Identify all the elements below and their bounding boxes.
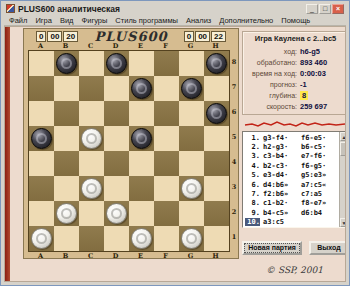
rank-label-6: 6 [230,100,238,125]
square-h6[interactable] [204,101,229,126]
square-c6[interactable] [79,101,104,126]
square-g7[interactable] [179,76,204,101]
black-move: g5:e3» [301,171,339,179]
square-b3[interactable] [54,176,79,201]
white-move: h2-g3· [263,143,301,151]
white-man-d2[interactable] [106,203,127,224]
menu-item-5[interactable]: Стиль программы [115,16,178,25]
square-c5[interactable] [79,126,104,151]
square-a3[interactable] [29,176,54,201]
copyright-text: © SSP, 2001 [241,265,346,275]
move-row-6[interactable]: 6.d4:b6»a7:c5« [245,180,339,189]
move-list-scrollbar[interactable]: ▲ ▼ [339,132,346,227]
black-move: f8-e7» [301,199,339,207]
square-d8[interactable] [104,51,129,76]
white-clock: 00020 [36,31,78,42]
square-b4[interactable] [54,151,79,176]
square-c1[interactable] [79,226,104,251]
square-a1[interactable] [29,226,54,251]
black-move: f6-g5· [301,162,339,170]
move-value: h6-g5 [297,47,346,56]
move-row-5[interactable]: 5.e3-d4·g5:e3» [245,171,339,180]
right-panel: Игра Каулена с 2...bc5 ход:h6-g5 обработ… [241,28,346,282]
file-labels-top: ABCDEFGH [28,42,228,50]
rank-label-3: 3 [230,175,238,200]
square-e7[interactable] [129,76,154,101]
square-g8[interactable] [179,51,204,76]
black-clock-cell-2: 22 [211,31,226,42]
speed-label: скорость: [243,103,297,110]
white-move: b2-c3· [263,162,301,170]
rank-label-7: 7 [230,75,238,100]
menu-item-2[interactable]: Игра [35,16,51,25]
square-b2[interactable] [54,201,79,226]
square-a7[interactable] [29,76,54,101]
square-d6[interactable] [104,101,129,126]
move-number: 5. [245,171,260,179]
processed-value: 893 460 [297,58,346,67]
square-c2[interactable] [79,201,104,226]
square-f7[interactable] [154,76,179,101]
white-man-g1[interactable] [181,228,202,249]
square-h8[interactable] [204,51,229,76]
square-g6[interactable] [179,101,204,126]
square-f5[interactable] [154,126,179,151]
square-c7[interactable] [79,76,104,101]
file-label-d: D [103,252,128,260]
move-row-3[interactable]: 3.c3-b4·e7-f6· [245,152,339,161]
file-label-b: B [53,42,78,50]
square-e2[interactable] [129,201,154,226]
file-label-h: H [203,42,228,50]
square-h4[interactable] [204,151,229,176]
menu-bar: ФайлИграВидФигурыСтиль программыАнализДо… [4,15,346,26]
board-block: 00020 PLUS600 00022 ABCDEFGH 87654321 AB… [23,28,239,259]
app-window: PLUS600 аналитическая _ □ × ФайлИграВидФ… [0,0,350,286]
square-b1[interactable] [54,226,79,251]
move-row-8[interactable]: 8.c1-b2·f8-e7» [245,199,339,208]
time-value: 0:00:03 [297,69,346,78]
app-icon [6,4,15,13]
file-label-d: D [103,42,128,50]
client-area: 00020 PLUS600 00022 ABCDEFGH 87654321 AB… [4,26,346,282]
square-a6[interactable] [29,101,54,126]
square-b7[interactable] [54,76,79,101]
square-f8[interactable] [154,51,179,76]
file-labels-bottom: ABCDEFGH [28,252,228,260]
menu-item-8[interactable]: Помощь [281,16,310,25]
menu-item-6[interactable]: Анализ [186,16,211,25]
scrollbar-thumb[interactable] [340,142,346,156]
file-label-f: F [153,42,178,50]
file-label-e: E [128,252,153,260]
square-g3[interactable] [179,176,204,201]
black-clock-cell-1: 00 [195,31,210,42]
rank-label-5: 5 [230,125,238,150]
white-move: e3-d4· [263,171,301,179]
white-move: d4:b6» [263,181,301,189]
file-label-c: C [78,252,103,260]
white-man-b2[interactable] [56,203,77,224]
black-clock-cell-0: 0 [184,31,194,42]
white-man-a1[interactable] [31,228,52,249]
square-g4[interactable] [179,151,204,176]
window-title: PLUS600 аналитическая [18,4,303,14]
white-clock-cell-0: 0 [36,31,46,42]
scroll-up-icon[interactable]: ▲ [340,132,346,141]
square-d5[interactable] [104,126,129,151]
white-man-g3[interactable] [181,178,202,199]
square-b5[interactable] [54,126,79,151]
menu-item-4[interactable]: Фигуры [82,16,108,25]
forecast-value: -1 [297,80,346,89]
file-label-g: G [178,252,203,260]
move-number: 9. [245,209,260,217]
rank-label-2: 2 [230,200,238,225]
square-e5[interactable] [129,126,154,151]
file-label-e: E [128,42,153,50]
depth-value: 8 [297,91,346,100]
move-label: ход: [243,48,297,55]
move-row-10[interactable]: 10.a3:c5 [245,218,339,227]
square-g1[interactable] [179,226,204,251]
file-label-b: B [53,252,78,260]
black-man-h6[interactable] [206,103,227,124]
menu-item-3[interactable]: Вид [60,16,74,25]
forecast-label: прогноз: [243,81,297,88]
square-d2[interactable] [104,201,129,226]
square-d4[interactable] [104,151,129,176]
move-list[interactable]: 1.g3-f4·f6-e5·2.h2-g3·b6-c5·3.c3-b4·e7-f… [242,131,346,228]
move-row-1[interactable]: 1.g3-f4·f6-e5· [245,133,339,142]
black-man-g7[interactable] [181,78,202,99]
white-clock-cell-2: 20 [63,31,78,42]
square-c8[interactable] [79,51,104,76]
square-h1[interactable] [204,226,229,251]
black-move: d6:b4 [301,209,339,217]
move-number: 1. [245,134,260,142]
rank-label-1: 1 [230,225,238,250]
black-move: c7:a5 [301,190,339,198]
exit-button[interactable]: Выход [309,241,346,255]
file-label-g: G [178,42,203,50]
black-move: e7-f6· [301,152,339,160]
processed-label: обработано: [243,59,297,66]
square-a8[interactable] [29,51,54,76]
close-button[interactable]: × [332,4,344,14]
decorative-left-stripe [5,27,10,281]
minimize-button[interactable]: _ [306,4,318,14]
square-b8[interactable] [54,51,79,76]
square-d3[interactable] [104,176,129,201]
white-man-c5[interactable] [81,128,102,149]
square-d1[interactable] [104,226,129,251]
white-man-e1[interactable] [131,228,152,249]
move-number: 6. [245,181,260,189]
move-number: 4. [245,162,260,170]
move-number: 2. [245,143,260,151]
black-man-h8[interactable] [206,53,227,74]
square-g2[interactable] [179,201,204,226]
black-clock: 00022 [184,31,226,42]
square-f6[interactable] [154,101,179,126]
file-label-a: A [28,42,53,50]
square-h3[interactable] [204,176,229,201]
square-e6[interactable] [129,101,154,126]
menu-item-1[interactable]: Файл [9,16,27,25]
white-move: f2:b6» [263,190,301,198]
square-f4[interactable] [154,151,179,176]
menu-item-7[interactable]: Дополнительно [219,16,273,25]
square-e1[interactable] [129,226,154,251]
evaluation-sparkline [244,118,346,130]
move-row-4[interactable]: 4.b2-c3·f6-g5· [245,161,339,170]
white-move: b4-c5» [263,209,301,217]
engine-info-panel: Игра Каулена с 2...bc5 ход:h6-g5 обработ… [242,31,346,115]
square-a2[interactable] [29,201,54,226]
rank-labels-right: 87654321 [230,50,238,252]
black-move: b6-c5· [301,143,339,151]
black-move: f6-e5· [301,134,339,142]
square-f2[interactable] [154,201,179,226]
square-d7[interactable] [104,76,129,101]
file-label-f: F [153,252,178,260]
black-man-b8[interactable] [56,53,77,74]
title-bar: PLUS600 аналитическая _ □ × [4,1,346,15]
move-number: 10. [245,218,260,226]
white-clock-cell-1: 00 [47,31,62,42]
depth-label: глубина: [243,92,297,99]
move-row-2[interactable]: 2.h2-g3·b6-c5· [245,142,339,151]
square-g5[interactable] [179,126,204,151]
rank-label-8: 8 [230,50,238,75]
square-c3[interactable] [79,176,104,201]
square-h5[interactable] [204,126,229,151]
rank-label-4: 4 [230,150,238,175]
move-row-9[interactable]: 9.b4-c5»d6:b4 [245,208,339,217]
move-number: 7. [245,190,260,198]
black-man-a5[interactable] [31,128,52,149]
file-label-c: C [78,42,103,50]
file-label-a: A [28,252,53,260]
white-move: c3-b4· [263,152,301,160]
square-e3[interactable] [129,176,154,201]
square-h2[interactable] [204,201,229,226]
square-h7[interactable] [204,76,229,101]
opening-name: Игра Каулена с 2...bc5 [243,34,346,43]
white-move: c1-b2· [263,199,301,207]
file-label-h: H [203,252,228,260]
square-a4[interactable] [29,151,54,176]
new-game-button[interactable]: Новая партия [242,241,302,255]
checkers-board[interactable] [28,50,230,252]
black-move: a7:c5« [301,181,339,189]
square-b6[interactable] [54,101,79,126]
move-number: 8. [245,199,260,207]
move-row-7[interactable]: 7.f2:b6»c7:a5 [245,189,339,198]
square-c4[interactable] [79,151,104,176]
black-man-d8[interactable] [106,53,127,74]
time-label: время на ход: [243,70,297,77]
move-number: 3. [245,152,260,160]
maximize-button[interactable]: □ [319,4,331,14]
square-a5[interactable] [29,126,54,151]
square-e8[interactable] [129,51,154,76]
speed-value: 259 697 [297,102,346,111]
white-move: a3:c5 [263,218,301,226]
white-man-c3[interactable] [81,178,102,199]
square-f3[interactable] [154,176,179,201]
black-man-e5[interactable] [131,128,152,149]
square-f1[interactable] [154,226,179,251]
white-move: g3-f4· [263,134,301,142]
scroll-down-icon[interactable]: ▼ [340,218,346,227]
black-man-e7[interactable] [131,78,152,99]
square-e4[interactable] [129,151,154,176]
